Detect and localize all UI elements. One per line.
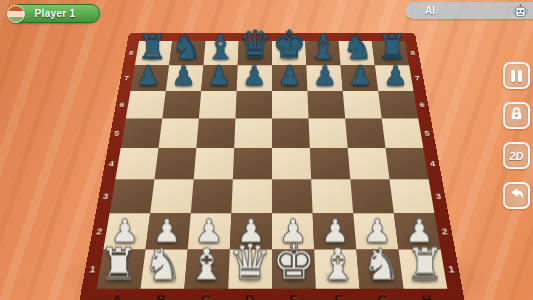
blue-knight[interactable]: ♞ [340,30,374,64]
square-d3[interactable] [231,179,272,213]
file-label: F [316,289,362,300]
square-h3[interactable] [390,179,435,213]
square-h6[interactable] [378,91,418,118]
square-d4[interactable] [233,148,272,179]
blue-pawn[interactable]: ♟ [201,63,236,90]
blue-rook[interactable]: ♜ [135,30,169,64]
blue-pawn[interactable]: ♟ [237,63,272,90]
square-b7[interactable]: ♟ [166,65,204,91]
square-f4[interactable] [310,148,351,179]
square-b4[interactable] [154,148,196,179]
blue-knight[interactable]: ♞ [169,30,203,64]
square-b5[interactable] [159,118,199,147]
blue-pawn[interactable]: ♟ [131,63,166,90]
square-c1[interactable]: ♝ [184,250,230,289]
square-e3[interactable] [272,179,313,213]
square-f5[interactable] [309,118,348,147]
blue-pawn[interactable]: ♟ [166,63,201,90]
square-b1[interactable]: ♞ [140,250,187,289]
file-label: A [92,289,140,300]
square-c6[interactable] [199,91,237,118]
blue-bishop[interactable]: ♝ [306,30,340,64]
lock-button[interactable] [503,102,530,129]
white-bishop[interactable]: ♝ [185,243,229,287]
square-h4[interactable] [385,148,428,179]
square-c7[interactable]: ♟ [201,65,237,91]
chess-board[interactable]: 8 7 6 5 4 3 2 1 8 7 6 5 4 3 2 1 ♜♞♝♛♚♝♞♜… [77,33,467,300]
square-c5[interactable] [196,118,235,147]
square-g5[interactable] [345,118,385,147]
square-a3[interactable] [110,179,155,213]
square-f6[interactable] [307,91,345,118]
ai-name: AI [425,5,435,16]
undo-button[interactable] [503,182,530,209]
white-bishop[interactable]: ♝ [316,243,360,287]
square-e7[interactable]: ♟ [272,65,307,91]
white-knight[interactable]: ♞ [141,243,185,287]
square-h7[interactable]: ♟ [375,65,414,91]
white-rook[interactable]: ♜ [403,243,447,287]
lock-icon [509,106,524,125]
file-label: B [137,289,184,300]
square-h5[interactable] [382,118,424,147]
square-a4[interactable] [115,148,158,179]
board-scene: 8 7 6 5 4 3 2 1 8 7 6 5 4 3 2 1 ♜♞♝♛♚♝♞♜… [107,0,437,300]
blue-king[interactable]: ♚ [272,26,306,64]
blue-bishop[interactable]: ♝ [204,30,238,64]
blue-rook[interactable]: ♜ [375,30,409,64]
2d-mode-label: 2D [509,150,523,162]
player1-name: Player 1 [35,8,76,19]
file-labels: A B C D E F G H [92,289,451,300]
square-a7[interactable]: ♟ [130,65,169,91]
square-f1[interactable]: ♝ [314,250,360,289]
square-d6[interactable] [235,91,272,118]
square-e5[interactable] [272,118,310,147]
square-e6[interactable] [272,91,309,118]
square-f3[interactable] [311,179,353,213]
toggle-2d-button[interactable]: 2D [503,142,530,169]
square-g1[interactable]: ♞ [356,250,403,289]
square-f7[interactable]: ♟ [306,65,342,91]
square-d1[interactable]: ♛ [228,250,272,289]
square-g4[interactable] [348,148,390,179]
file-label: G [360,289,407,300]
file-label: D [227,289,272,300]
blue-pawn[interactable]: ♟ [272,63,307,90]
square-h1[interactable]: ♜ [398,250,447,289]
file-label: C [182,289,228,300]
square-e1[interactable]: ♚ [272,250,316,289]
square-a5[interactable] [121,118,163,147]
robot-icon [513,4,528,22]
square-d7[interactable]: ♟ [237,65,272,91]
square-e4[interactable] [272,148,311,179]
player1-badge: Player 1 [10,4,100,23]
ai-badge: AI [405,2,533,19]
control-button-column: 2D [503,62,530,222]
board-grid[interactable]: ♜♞♝♛♚♝♞♜♟♟♟♟♟♟♟♟♟♟♟♟♟♟♟♟♜♞♝♛♚♝♞♜ [97,41,448,289]
square-b3[interactable] [150,179,193,213]
white-knight[interactable]: ♞ [359,243,403,287]
square-a1[interactable]: ♜ [97,250,146,289]
white-king[interactable]: ♚ [272,238,316,286]
white-queen[interactable]: ♛ [228,238,272,286]
game-screen: 8 7 6 5 4 3 2 1 8 7 6 5 4 3 2 1 ♜♞♝♛♚♝♞♜… [0,0,533,300]
blue-pawn[interactable]: ♟ [343,63,378,90]
blue-pawn[interactable]: ♟ [378,63,413,90]
file-label: E [272,289,317,300]
blue-pawn[interactable]: ♟ [307,63,342,90]
square-g7[interactable]: ♟ [341,65,379,91]
square-c3[interactable] [191,179,233,213]
square-g3[interactable] [350,179,393,213]
undo-arrow-icon [509,186,525,205]
pause-icon [511,70,522,82]
player-avatar-icon [7,5,25,23]
square-d5[interactable] [234,118,272,147]
white-rook[interactable]: ♜ [97,243,141,287]
square-a6[interactable] [126,91,166,118]
blue-queen[interactable]: ♛ [238,26,272,64]
file-label: H [404,289,452,300]
pause-button[interactable] [503,62,530,89]
square-g6[interactable] [343,91,382,118]
square-b6[interactable] [162,91,201,118]
square-c4[interactable] [194,148,235,179]
